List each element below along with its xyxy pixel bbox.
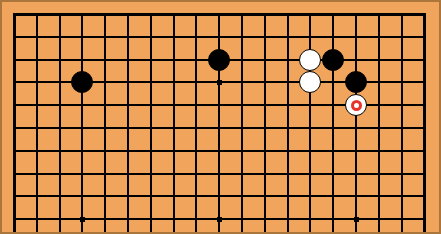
grid-line-vertical xyxy=(378,13,380,233)
grid-line-vertical xyxy=(36,13,38,233)
black-stone xyxy=(345,71,367,93)
grid-line-vertical xyxy=(81,13,83,233)
grid-line-vertical xyxy=(401,13,403,233)
black-stone xyxy=(208,49,230,71)
star-point xyxy=(217,80,222,85)
grid-line-vertical xyxy=(332,13,334,233)
grid-line-vertical xyxy=(59,13,61,233)
grid-line-vertical xyxy=(104,13,106,233)
grid-line-vertical xyxy=(195,13,197,233)
star-point xyxy=(80,217,85,222)
grid-line-vertical xyxy=(264,13,266,233)
grid-line-horizontal xyxy=(13,127,426,129)
grid-line-horizontal xyxy=(13,36,426,38)
grid-line-vertical xyxy=(150,13,152,233)
grid-line-vertical xyxy=(173,13,175,233)
grid-line-vertical xyxy=(127,13,129,233)
grid-line-horizontal xyxy=(13,173,426,175)
grid-line-vertical xyxy=(309,13,311,233)
star-point xyxy=(217,217,222,222)
star-point xyxy=(354,217,359,222)
grid-line-vertical xyxy=(218,13,220,233)
grid-line-vertical xyxy=(423,13,426,233)
red-circle-marker xyxy=(351,100,362,111)
grid-line-horizontal xyxy=(13,13,426,16)
grid-line-horizontal xyxy=(13,195,426,197)
grid-line-vertical xyxy=(241,13,243,233)
white-stone xyxy=(299,49,321,71)
grid-line-vertical xyxy=(287,13,289,233)
grid-line-vertical xyxy=(13,13,16,233)
black-stone xyxy=(322,49,344,71)
grid-line-horizontal xyxy=(13,150,426,152)
white-stone xyxy=(299,71,321,93)
go-board xyxy=(0,0,441,234)
white-stone-marked xyxy=(345,94,367,116)
black-stone xyxy=(71,71,93,93)
grid-line-vertical xyxy=(355,13,357,233)
